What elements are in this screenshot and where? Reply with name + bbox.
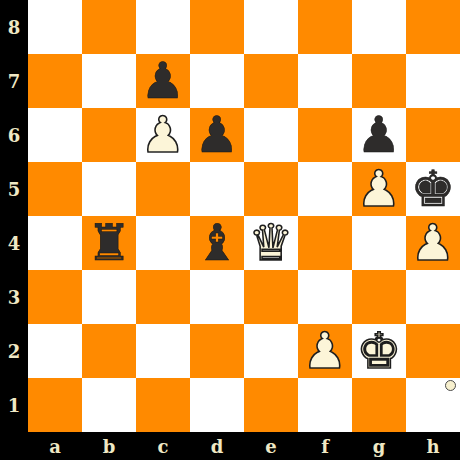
square-a5[interactable] — [28, 162, 82, 216]
white-pawn[interactable]: ♟ — [141, 108, 186, 162]
square-e7[interactable] — [244, 54, 298, 108]
square-e2[interactable] — [244, 324, 298, 378]
rank-label-1: 1 — [0, 378, 28, 432]
square-b4[interactable]: ♜ — [82, 216, 136, 270]
black-pawn[interactable]: ♟ — [195, 108, 240, 162]
square-g8[interactable] — [352, 0, 406, 54]
square-f3[interactable] — [298, 270, 352, 324]
white-pawn[interactable]: ♟ — [303, 324, 348, 378]
square-b8[interactable] — [82, 0, 136, 54]
white-pawn[interactable]: ♟ — [357, 162, 402, 216]
square-e6[interactable] — [244, 108, 298, 162]
square-a6[interactable] — [28, 108, 82, 162]
file-label-c: c — [136, 432, 190, 460]
square-d7[interactable] — [190, 54, 244, 108]
rank-label-8: 8 — [0, 0, 28, 54]
square-g6[interactable]: ♟ — [352, 108, 406, 162]
square-c2[interactable] — [136, 324, 190, 378]
square-b1[interactable] — [82, 378, 136, 432]
square-f1[interactable] — [298, 378, 352, 432]
square-a1[interactable] — [28, 378, 82, 432]
file-label-e: e — [244, 432, 298, 460]
square-f2[interactable]: ♟ — [298, 324, 352, 378]
square-b2[interactable] — [82, 324, 136, 378]
square-b5[interactable] — [82, 162, 136, 216]
square-g3[interactable] — [352, 270, 406, 324]
square-d3[interactable] — [190, 270, 244, 324]
square-e8[interactable] — [244, 0, 298, 54]
square-f5[interactable] — [298, 162, 352, 216]
black-king[interactable]: ♚ — [411, 162, 456, 216]
square-g7[interactable] — [352, 54, 406, 108]
file-label-g: g — [352, 432, 406, 460]
file-label-d: d — [190, 432, 244, 460]
square-h7[interactable] — [406, 54, 460, 108]
square-d4[interactable]: ♝ — [190, 216, 244, 270]
square-a2[interactable] — [28, 324, 82, 378]
square-e5[interactable] — [244, 162, 298, 216]
file-label-f: f — [298, 432, 352, 460]
square-d2[interactable] — [190, 324, 244, 378]
file-labels: abcdefgh — [28, 432, 460, 460]
rank-label-3: 3 — [0, 270, 28, 324]
file-label-h: h — [406, 432, 460, 460]
square-c4[interactable] — [136, 216, 190, 270]
square-e4[interactable]: ♛ — [244, 216, 298, 270]
square-b7[interactable] — [82, 54, 136, 108]
square-e3[interactable] — [244, 270, 298, 324]
rank-label-4: 4 — [0, 216, 28, 270]
square-c1[interactable] — [136, 378, 190, 432]
black-pawn[interactable]: ♟ — [357, 108, 402, 162]
black-bishop[interactable]: ♝ — [195, 216, 240, 270]
square-c8[interactable] — [136, 0, 190, 54]
chess-board: ♟♟♟♟♟♚♜♝♛♟♟♚ — [28, 0, 460, 432]
square-h2[interactable] — [406, 324, 460, 378]
square-g1[interactable] — [352, 378, 406, 432]
square-b6[interactable] — [82, 108, 136, 162]
square-h6[interactable] — [406, 108, 460, 162]
chess-puzzle-screenshot: 87654321 ♟♟♟♟♟♚♜♝♛♟♟♚ abcdefgh — [0, 0, 460, 460]
rank-label-5: 5 — [0, 162, 28, 216]
square-d5[interactable] — [190, 162, 244, 216]
square-c5[interactable] — [136, 162, 190, 216]
square-c6[interactable]: ♟ — [136, 108, 190, 162]
square-g4[interactable] — [352, 216, 406, 270]
square-f4[interactable] — [298, 216, 352, 270]
square-c7[interactable]: ♟ — [136, 54, 190, 108]
square-h8[interactable] — [406, 0, 460, 54]
square-h5[interactable]: ♚ — [406, 162, 460, 216]
rank-label-7: 7 — [0, 54, 28, 108]
square-d8[interactable] — [190, 0, 244, 54]
white-to-move-indicator — [445, 380, 456, 391]
black-rook[interactable]: ♜ — [87, 216, 132, 270]
square-d1[interactable] — [190, 378, 244, 432]
square-a8[interactable] — [28, 0, 82, 54]
square-a4[interactable] — [28, 216, 82, 270]
square-f7[interactable] — [298, 54, 352, 108]
square-a3[interactable] — [28, 270, 82, 324]
square-h3[interactable] — [406, 270, 460, 324]
square-f8[interactable] — [298, 0, 352, 54]
white-pawn[interactable]: ♟ — [411, 216, 456, 270]
black-pawn[interactable]: ♟ — [141, 54, 186, 108]
square-g5[interactable]: ♟ — [352, 162, 406, 216]
square-e1[interactable] — [244, 378, 298, 432]
square-a7[interactable] — [28, 54, 82, 108]
rank-label-6: 6 — [0, 108, 28, 162]
square-d6[interactable]: ♟ — [190, 108, 244, 162]
rank-labels: 87654321 — [0, 0, 28, 432]
square-h4[interactable]: ♟ — [406, 216, 460, 270]
file-label-b: b — [82, 432, 136, 460]
square-c3[interactable] — [136, 270, 190, 324]
square-f6[interactable] — [298, 108, 352, 162]
square-b3[interactable] — [82, 270, 136, 324]
file-label-a: a — [28, 432, 82, 460]
white-queen[interactable]: ♛ — [249, 216, 294, 270]
rank-label-2: 2 — [0, 324, 28, 378]
white-king[interactable]: ♚ — [357, 324, 402, 378]
square-g2[interactable]: ♚ — [352, 324, 406, 378]
